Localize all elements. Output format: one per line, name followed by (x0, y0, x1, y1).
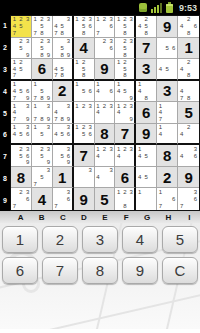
pencil-marks: 145679 (11, 81, 31, 102)
cell-G2[interactable]: 7 (136, 38, 157, 60)
cell-F1[interactable]: 12358 (115, 16, 136, 38)
pencil-marks: 23589 (32, 38, 52, 59)
usb-debugging-icon (139, 3, 147, 12)
pencil-marks: 23569 (11, 145, 31, 166)
pencil-marks: 45 (157, 59, 177, 79)
row-label-9: 9 (0, 189, 10, 211)
cell-A7[interactable]: 23569 (11, 145, 32, 167)
pencil-marks: 12358 (115, 16, 134, 37)
row-label-4: 4 (0, 80, 10, 102)
cell-E2[interactable]: 236 (95, 38, 116, 60)
signal-strength-icon (151, 3, 162, 13)
col-labels: ABCDEFGHI (0, 211, 200, 223)
digit-9-button[interactable]: 9 (122, 257, 158, 284)
cell-D9[interactable]: 9 (74, 188, 95, 210)
cell-D5[interactable]: 123 (74, 102, 95, 124)
row-label-3: 3 (0, 59, 10, 81)
cell-G9[interactable]: 1 (136, 188, 157, 210)
cell-F8[interactable]: 6 (115, 167, 136, 189)
row-label-6: 6 (0, 124, 10, 146)
pencil-marks: 4578 (53, 59, 72, 79)
cell-H1[interactable]: 9 (157, 16, 178, 38)
pencil-marks: 2367 (11, 188, 31, 210)
cell-F9[interactable]: 1238 (115, 188, 136, 210)
pencil-marks: 135 (32, 124, 52, 144)
row-label-2: 2 (0, 37, 10, 59)
cell-D4[interactable]: 156 (74, 81, 95, 103)
cell-C3[interactable]: 4578 (53, 59, 74, 81)
digit-8-button[interactable]: 8 (82, 257, 118, 284)
cell-C8[interactable]: 1 (53, 167, 74, 189)
cell-E7[interactable]: 1234 (95, 145, 116, 167)
cell-G4[interactable]: 148 (136, 81, 157, 103)
pencil-marks: 13789 (32, 102, 52, 123)
pencil-marks: 56 (157, 38, 177, 59)
cell-B6[interactable]: 135 (32, 124, 53, 146)
pencil-marks: 1258 (74, 59, 94, 79)
cell-F2[interactable]: 2358 (115, 38, 136, 60)
row-labels: 123456789 (0, 15, 10, 211)
cell-B1[interactable]: 123578 (32, 16, 53, 38)
cell-I2[interactable]: 1 (178, 38, 199, 60)
col-label-A: A (10, 211, 31, 223)
pencil-marks: 2358 (115, 38, 134, 59)
row-label-7: 7 (0, 146, 10, 168)
pencil-marks: 13456 (11, 124, 31, 144)
cell-H8[interactable]: 2 (157, 167, 178, 189)
col-label-D: D (73, 211, 94, 223)
cell-I8[interactable]: 9 (178, 167, 199, 189)
cell-G6[interactable]: 9 (136, 124, 157, 146)
clock: 9:53 (179, 3, 197, 13)
digit-7-button[interactable]: 7 (42, 257, 78, 284)
pencil-marks: 167 (157, 188, 177, 210)
pencil-marks: 145 (136, 145, 156, 166)
cell-D7[interactable]: 7 (74, 145, 95, 167)
cell-D8[interactable]: 3 (74, 167, 95, 189)
cell-I6[interactable]: 24 (178, 124, 199, 146)
cell-A3[interactable]: 12457 (11, 59, 32, 81)
pencil-marks: 148 (136, 81, 156, 102)
cell-E8[interactable]: 34 (95, 167, 116, 189)
col-label-G: G (137, 211, 158, 223)
cell-H2[interactable]: 56 (157, 38, 178, 60)
cell-F4[interactable]: 1459 (115, 81, 136, 103)
col-label-E: E (94, 211, 115, 223)
pencil-marks: 2458 (136, 16, 156, 37)
cell-D6[interactable]: 12356 (74, 124, 95, 146)
row-label-8: 8 (0, 167, 10, 189)
col-label-H: H (158, 211, 179, 223)
pencil-marks: 1459 (115, 81, 134, 102)
pencil-marks: 3569 (53, 145, 72, 166)
cell-H7[interactable]: 8 (157, 145, 178, 167)
pencil-marks: 2359 (11, 38, 31, 59)
cell-A5[interactable]: 13479 (11, 102, 32, 124)
cell-E4[interactable]: 146 (95, 81, 116, 103)
digit-3-button[interactable]: 3 (82, 226, 118, 253)
clear-button[interactable]: C (162, 257, 198, 284)
cell-E5[interactable]: 1234 (95, 102, 116, 124)
cell-I5[interactable]: 5 (178, 102, 199, 124)
cell-C5[interactable]: 34789 (53, 102, 74, 124)
cell-G8[interactable]: 45 (136, 167, 157, 189)
cell-E1[interactable]: 12367 (95, 16, 116, 38)
pencil-marks: 34 (95, 167, 115, 188)
digit-5-button[interactable]: 5 (162, 226, 198, 253)
cell-A2[interactable]: 2359 (11, 38, 32, 60)
pencil-marks: 346 (178, 145, 199, 166)
cell-C7[interactable]: 3569 (53, 145, 74, 167)
row-label-5: 5 (0, 102, 10, 124)
cell-E9[interactable]: 5 (95, 188, 116, 210)
col-label-F: F (116, 211, 137, 223)
pencil-marks: 12356 (74, 124, 94, 144)
pencil-marks: 13479 (11, 102, 31, 123)
battery-icon (166, 2, 173, 13)
cell-A1[interactable]: 123457 (11, 16, 32, 38)
cell-I4[interactable]: 478 (178, 81, 199, 103)
cell-I9[interactable]: 367 (178, 188, 199, 210)
cell-I3[interactable]: 248 (178, 59, 199, 81)
pencil-marks: 146 (95, 81, 115, 102)
pencil-marks: 156 (74, 81, 94, 102)
pencil-marks: 12349 (115, 102, 134, 123)
col-label-B: B (31, 211, 52, 223)
pencil-marks: 34578 (53, 16, 72, 37)
pencil-marks: 24 (178, 124, 199, 144)
cell-H5[interactable]: 147 (157, 102, 178, 124)
pencil-marks: 1234 (115, 145, 134, 166)
cell-F3[interactable]: 1258 (115, 59, 136, 81)
cell-D3[interactable]: 1258 (74, 59, 95, 81)
cell-B4[interactable]: 15789 (32, 81, 53, 103)
cell-E6[interactable]: 8 (95, 124, 116, 146)
keypad: 123456789C (0, 223, 200, 284)
cell-A9[interactable]: 2367 (11, 188, 32, 210)
pencil-marks: 1238 (115, 188, 134, 210)
cell-B7[interactable]: 2359 (32, 145, 53, 167)
cell-E3[interactable]: 9 (95, 59, 116, 81)
cell-C6[interactable]: 3456 (53, 124, 74, 146)
pencil-marks: 367 (178, 188, 199, 210)
digit-6-button[interactable]: 6 (2, 257, 38, 284)
pencil-marks: 147 (157, 102, 177, 123)
pencil-marks: 1258 (115, 59, 134, 79)
cell-A4[interactable]: 145679 (11, 81, 32, 103)
cell-B2[interactable]: 23589 (32, 38, 53, 60)
cell-I1[interactable]: 2468 (178, 16, 199, 38)
digit-2-button[interactable]: 2 (42, 226, 78, 253)
pencil-marks: 248 (178, 59, 199, 79)
digit-1-button[interactable]: 1 (2, 226, 38, 253)
cell-B9[interactable]: 4 (32, 188, 53, 210)
lower-panel: 123456789C (0, 223, 200, 329)
pencil-marks: 15789 (32, 81, 52, 102)
pencil-marks: 357 (32, 167, 52, 188)
cell-H6[interactable]: 14 (157, 124, 178, 146)
cell-G3[interactable]: 3 (136, 59, 157, 81)
digit-4-button[interactable]: 4 (122, 226, 158, 253)
pencil-marks: 123 (74, 102, 94, 123)
pencil-marks: 236 (95, 38, 115, 59)
pencil-marks: 34789 (53, 102, 72, 123)
cell-C9[interactable]: 367 (53, 188, 74, 210)
pencil-marks: 14 (157, 124, 177, 144)
cell-H4[interactable]: 3 (157, 81, 178, 103)
pencil-marks: 1234 (95, 145, 115, 166)
pencil-marks: 123568 (74, 16, 94, 37)
pencil-marks: 478 (178, 81, 199, 102)
sudoku-grid[interactable]: 1234571235783457812356812367123582458924… (10, 15, 200, 211)
cell-F7[interactable]: 1234 (115, 145, 136, 167)
pencil-marks: 3 (74, 167, 94, 188)
pencil-marks: 3456 (53, 124, 72, 144)
pencil-marks: 12457 (11, 59, 31, 79)
cell-G7[interactable]: 145 (136, 145, 157, 167)
status-bar: 9:53 (0, 0, 200, 15)
cell-G5[interactable]: 6 (136, 102, 157, 124)
pencil-marks: 1 (136, 188, 156, 210)
cell-I7[interactable]: 346 (178, 145, 199, 167)
pencil-marks: 367 (53, 188, 72, 210)
cell-C4[interactable]: 2 (53, 81, 74, 103)
screen: 9:53 123456789 1234571235783457812356812… (0, 0, 200, 333)
col-label-I: I (179, 211, 200, 223)
cell-F5[interactable]: 12349 (115, 102, 136, 124)
pencil-marks: 3589 (53, 38, 72, 59)
cell-A8[interactable]: 8 (11, 167, 32, 189)
cell-B8[interactable]: 357 (32, 167, 53, 189)
col-label-C: C (52, 211, 73, 223)
cell-B5[interactable]: 13789 (32, 102, 53, 124)
pencil-marks: 12367 (95, 16, 115, 37)
pencil-marks: 123578 (32, 16, 52, 37)
cell-A6[interactable]: 13456 (11, 124, 32, 146)
cell-G1[interactable]: 2458 (136, 16, 157, 38)
row-label-1: 1 (0, 15, 10, 37)
cell-F6[interactable]: 7 (115, 124, 136, 146)
cell-C2[interactable]: 3589 (53, 38, 74, 60)
cell-D2[interactable]: 4 (74, 38, 95, 60)
pencil-marks: 2468 (178, 16, 199, 37)
pencil-marks: 123457 (11, 16, 31, 37)
cell-C1[interactable]: 34578 (53, 16, 74, 38)
cell-H9[interactable]: 167 (157, 188, 178, 210)
pencil-marks: 2359 (32, 145, 52, 166)
cell-H3[interactable]: 45 (157, 59, 178, 81)
cell-D1[interactable]: 123568 (74, 16, 95, 38)
sudoku-board: 123456789 123457123578345781235681236712… (0, 15, 200, 211)
pencil-marks: 1234 (95, 102, 115, 123)
cell-B3[interactable]: 6 (32, 59, 53, 81)
pencil-marks: 45 (136, 167, 156, 188)
